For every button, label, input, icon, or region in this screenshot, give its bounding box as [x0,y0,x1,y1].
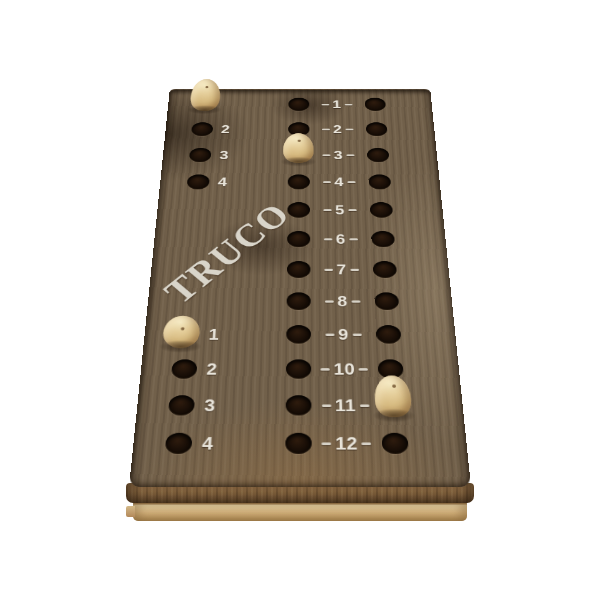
grid-cell [179,168,217,195]
grid-cell [162,351,206,386]
grid-cell [366,285,407,317]
grid-cell [280,168,317,195]
point-number-3: 3 [333,148,343,162]
point-number-1: 1 [332,98,341,111]
hole-points-left-11[interactable] [285,395,311,415]
grid-cell [158,387,203,424]
grid-cell [278,285,318,317]
grid-cell [165,318,208,352]
tick-right [350,268,359,270]
grid-cell: 2 [219,117,252,142]
grid-cell: 3 [316,142,361,168]
peg-games-bottom[interactable] [162,316,201,348]
point-number-7: 7 [336,261,347,277]
tick-left [325,300,334,302]
games-bottom-label-4: 4 [201,433,213,453]
point-number-6: 6 [336,231,346,247]
board-top-face: 1234567891011122341234 TRUCO [129,89,471,487]
tick-right [346,154,354,156]
tick-right [348,209,356,211]
tick-right [359,368,368,370]
box-base [133,502,467,521]
grid-cell [281,92,316,116]
grid-cell [358,117,394,142]
grid-cell: 1 [206,318,245,352]
tick-left [325,333,334,335]
product-photo-scene: 1234567891011122341234 TRUCO [0,0,600,600]
tick-right [362,442,372,445]
hole-games-top-2[interactable] [191,122,213,136]
grid-cell [220,92,253,116]
grid-cell: 12 [320,424,374,463]
games-bottom-label-3: 3 [204,396,216,415]
truco-board: 1234567891011122341234 TRUCO [129,89,471,487]
hole-points-left-1[interactable] [288,98,309,111]
point-number-12: 12 [335,433,358,453]
grid-cell: 7 [318,254,366,285]
games-top-label-3: 3 [219,148,229,162]
grid-cell: 11 [319,387,372,424]
grid-cell: 8 [318,285,368,317]
grid-cell [183,117,220,142]
hole-points-right-5[interactable] [370,202,393,218]
hole-games-bottom-2[interactable] [171,359,198,378]
tick-left [322,103,330,105]
grid-cell: 2 [204,351,244,386]
grid-cell [363,224,403,254]
hole-points-left-7[interactable] [287,261,311,278]
grid-cell [277,387,320,424]
games-top-label-4: 4 [217,175,227,189]
hole-points-left-9[interactable] [286,325,311,343]
hole-points-right-2[interactable] [366,122,388,136]
games-bottom-label-2: 2 [206,360,218,379]
grid-cell: 4 [199,424,241,463]
hole-games-bottom-4[interactable] [164,433,192,454]
grid-cell: 3 [201,387,242,424]
tick-right [360,404,370,407]
games-bottom-label-1: 1 [208,326,220,344]
tick-right [344,103,352,105]
tick-left [321,368,330,370]
point-number-8: 8 [337,293,348,310]
point-number-11: 11 [335,396,357,415]
point-number-9: 9 [338,326,349,344]
grid-cell [155,424,201,463]
point-number-2: 2 [333,123,343,136]
grid-cell [276,424,320,463]
hole-points-right-1[interactable] [364,98,386,111]
grid-cell: 2 [316,117,360,142]
peg-points-left[interactable] [283,133,314,163]
tick-left [324,268,333,270]
grid-cell: 3 [217,142,251,168]
hole-games-bottom-3[interactable] [168,395,195,415]
grid-cell [277,351,319,386]
hole-points-left-12[interactable] [285,433,311,454]
tick-right [345,128,353,130]
grid-cell [361,168,399,195]
grid-cell [281,142,317,168]
grid-cell [357,92,393,116]
grid-cell [365,254,405,285]
grid-cell [368,318,410,352]
grid-cell [360,142,397,168]
hole-points-left-4[interactable] [287,174,309,189]
grid-cell: 4 [317,168,362,195]
tick-right [347,181,355,183]
hole-points-right-9[interactable] [376,325,402,343]
grid-cell [371,387,415,424]
hole-points-right-3[interactable] [367,148,389,162]
hole-games-top-4[interactable] [186,174,209,189]
grid-cell: 5 [317,196,363,225]
games-top-label-2: 2 [221,123,231,136]
tick-left [323,209,331,211]
point-number-4: 4 [334,175,344,189]
tick-right [352,333,361,335]
hole-points-right-6[interactable] [371,231,395,247]
hole-points-right-12[interactable] [381,433,409,454]
tick-right [349,238,358,240]
grid-cell [372,424,418,463]
grid-cell [278,318,319,352]
peg-games-top[interactable] [190,79,221,111]
tick-left [323,181,331,183]
hole-games-top-3[interactable] [189,148,212,162]
hole-points-right-7[interactable] [373,261,397,278]
tick-left [322,404,332,407]
grid-cell: 10 [319,351,371,386]
hole-points-left-6[interactable] [287,231,310,247]
grid-cell: 9 [318,318,369,352]
tick-left [322,128,330,130]
hole-points-right-4[interactable] [368,174,391,189]
tick-left [324,238,333,240]
tick-right [351,300,360,302]
point-number-5: 5 [335,202,345,217]
grid-cell [181,142,219,168]
grid-cell [186,92,222,116]
grid-cell [279,254,318,285]
hole-points-left-8[interactable] [286,292,310,310]
grid-cell: 6 [317,224,364,254]
grid-cell [362,196,401,225]
tick-left [322,154,330,156]
hole-points-left-10[interactable] [286,359,311,378]
tick-left [322,442,332,445]
grid-cell: 4 [215,168,250,195]
hole-points-right-8[interactable] [374,292,399,310]
point-number-10: 10 [333,360,355,379]
grid-cell: 1 [316,92,359,116]
